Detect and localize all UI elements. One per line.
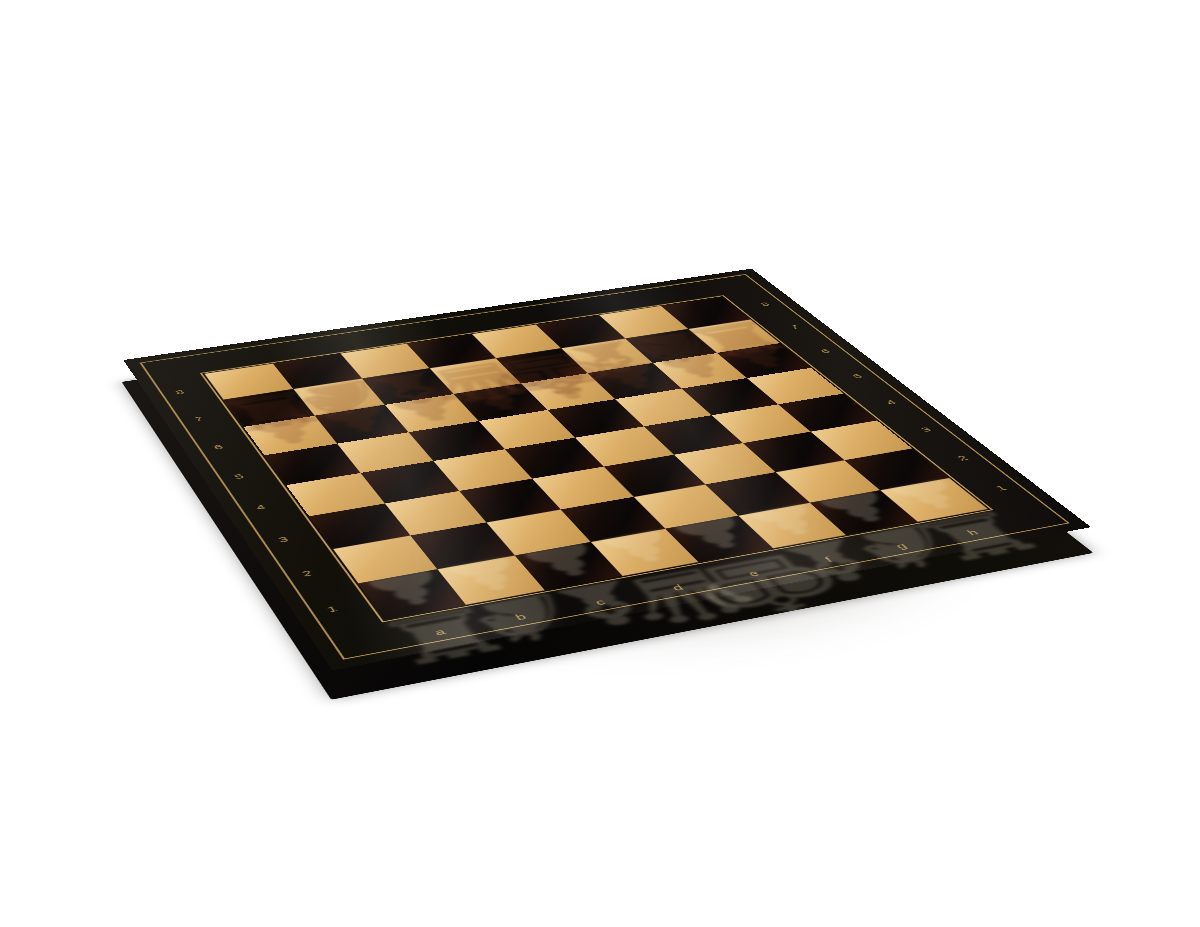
bishop-finial-ball	[386, 279, 394, 287]
white-rook-glyph: ♜	[351, 453, 485, 602]
brown-pawn-glyph: ♟	[232, 321, 316, 414]
photo-stage: ♜♜♞♞♝♝♛♛♚♚♝♝♞♞♜♜♟♟♟♟♟♟♟♟♟♟♟♟♟♟♟♟♟♟♟♟♟♟♟♟…	[0, 0, 1200, 927]
